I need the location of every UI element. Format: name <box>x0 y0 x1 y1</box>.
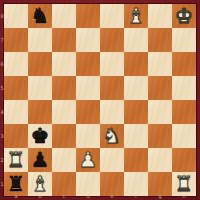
square-f4[interactable] <box>124 100 148 124</box>
square-a7[interactable] <box>4 28 28 52</box>
chess-board-frame: ♞♝♚♚♞♜♟♟♜♝♜ abcdefgh87654321 <box>0 0 200 200</box>
square-g4[interactable] <box>148 100 172 124</box>
square-f8[interactable]: ♝ <box>124 4 148 28</box>
square-d3[interactable] <box>76 124 100 148</box>
square-d7[interactable] <box>76 28 100 52</box>
square-b3[interactable]: ♚ <box>28 124 52 148</box>
square-b5[interactable] <box>28 76 52 100</box>
square-a1[interactable]: ♜ <box>4 172 28 196</box>
black-pawn[interactable]: ♟ <box>31 148 50 172</box>
chess-board: ♞♝♚♚♞♜♟♟♜♝♜ <box>4 4 196 196</box>
square-h1[interactable]: ♜ <box>172 172 196 196</box>
square-f3[interactable] <box>124 124 148 148</box>
square-h6[interactable] <box>172 52 196 76</box>
square-c6[interactable] <box>52 52 76 76</box>
square-d8[interactable] <box>76 4 100 28</box>
square-e3[interactable]: ♞ <box>100 124 124 148</box>
square-f7[interactable] <box>124 28 148 52</box>
square-b4[interactable] <box>28 100 52 124</box>
square-c3[interactable] <box>52 124 76 148</box>
white-bishop[interactable]: ♝ <box>127 4 146 28</box>
square-f2[interactable] <box>124 148 148 172</box>
square-h2[interactable] <box>172 148 196 172</box>
white-knight[interactable]: ♞ <box>103 124 122 148</box>
square-c8[interactable] <box>52 4 76 28</box>
square-c4[interactable] <box>52 100 76 124</box>
square-f6[interactable] <box>124 52 148 76</box>
square-h5[interactable] <box>172 76 196 100</box>
square-h7[interactable] <box>172 28 196 52</box>
square-b6[interactable] <box>28 52 52 76</box>
square-e2[interactable] <box>100 148 124 172</box>
square-g2[interactable] <box>148 148 172 172</box>
square-c1[interactable] <box>52 172 76 196</box>
black-knight[interactable]: ♞ <box>31 4 50 28</box>
square-h3[interactable] <box>172 124 196 148</box>
square-b2[interactable]: ♟ <box>28 148 52 172</box>
square-c5[interactable] <box>52 76 76 100</box>
black-rook[interactable]: ♜ <box>7 172 26 196</box>
square-h8[interactable]: ♚ <box>172 4 196 28</box>
square-f5[interactable] <box>124 76 148 100</box>
square-d1[interactable] <box>76 172 100 196</box>
square-c7[interactable] <box>52 28 76 52</box>
square-e7[interactable] <box>100 28 124 52</box>
white-pawn[interactable]: ♟ <box>79 148 98 172</box>
white-king[interactable]: ♚ <box>175 4 194 28</box>
square-e4[interactable] <box>100 100 124 124</box>
square-b1[interactable]: ♝ <box>28 172 52 196</box>
square-a4[interactable] <box>4 100 28 124</box>
square-d5[interactable] <box>76 76 100 100</box>
white-rook[interactable]: ♜ <box>175 172 194 196</box>
square-g7[interactable] <box>148 28 172 52</box>
square-c2[interactable] <box>52 148 76 172</box>
square-g6[interactable] <box>148 52 172 76</box>
square-f1[interactable] <box>124 172 148 196</box>
white-bishop[interactable]: ♝ <box>31 172 50 196</box>
square-e8[interactable] <box>100 4 124 28</box>
square-h4[interactable] <box>172 100 196 124</box>
square-a5[interactable] <box>4 76 28 100</box>
white-rook[interactable]: ♜ <box>7 148 26 172</box>
square-d4[interactable] <box>76 100 100 124</box>
square-e1[interactable] <box>100 172 124 196</box>
square-a6[interactable] <box>4 52 28 76</box>
square-g3[interactable] <box>148 124 172 148</box>
square-e5[interactable] <box>100 76 124 100</box>
square-g1[interactable] <box>148 172 172 196</box>
square-d2[interactable]: ♟ <box>76 148 100 172</box>
square-a2[interactable]: ♜ <box>4 148 28 172</box>
square-a8[interactable] <box>4 4 28 28</box>
square-b7[interactable] <box>28 28 52 52</box>
square-a3[interactable] <box>4 124 28 148</box>
black-king[interactable]: ♚ <box>31 124 50 148</box>
square-e6[interactable] <box>100 52 124 76</box>
square-g5[interactable] <box>148 76 172 100</box>
square-d6[interactable] <box>76 52 100 76</box>
square-g8[interactable] <box>148 4 172 28</box>
square-b8[interactable]: ♞ <box>28 4 52 28</box>
